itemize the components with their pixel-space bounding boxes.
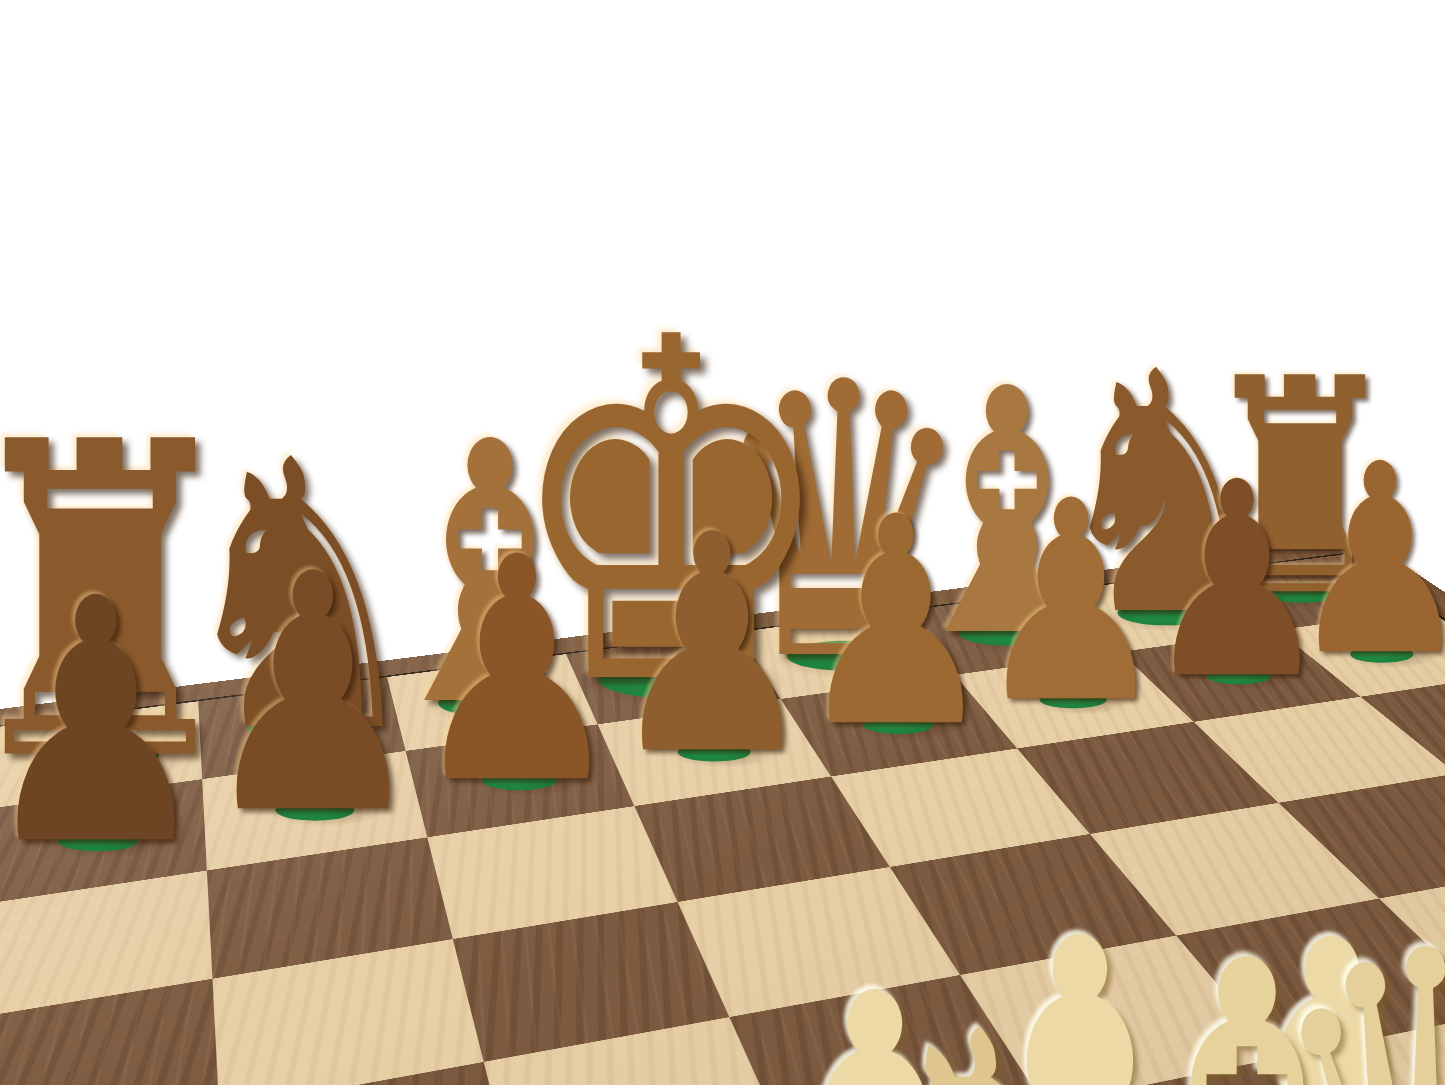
white-n-glyph: ♞ — [840, 976, 1141, 1085]
black-p-glyph: ♟ — [0, 555, 213, 891]
black-p-glyph: ♟ — [199, 531, 428, 858]
pieces-layer: ♜♞♝♟♛♟♚♟♝♟♞♟♜♟♟♟♟♟♛♝♟♞ — [0, 0, 1445, 1085]
black-p-glyph: ♟ — [607, 496, 817, 796]
black-p-glyph: ♟ — [409, 517, 625, 826]
black-p-glyph: ♟ — [796, 480, 997, 767]
black-p-glyph: ♟ — [974, 465, 1167, 741]
product-photo-scene: ♜♞♝♟♛♟♚♟♝♟♞♟♜♟♟♟♟♟♛♝♟♞ — [0, 0, 1445, 1085]
black-p-glyph: ♟ — [1143, 446, 1331, 715]
